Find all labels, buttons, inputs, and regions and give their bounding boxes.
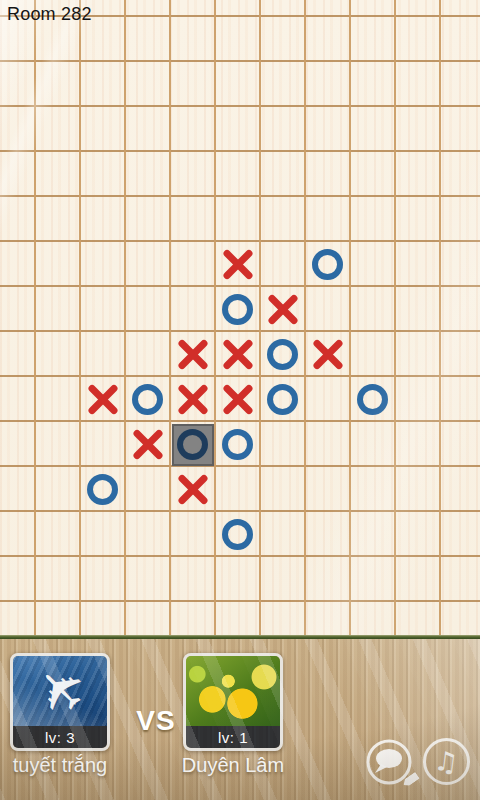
piece-x xyxy=(177,339,209,371)
piece-o xyxy=(177,429,208,460)
board-cell xyxy=(215,242,260,287)
board-cell xyxy=(215,377,260,422)
music-button[interactable]: ♫ xyxy=(423,738,470,785)
board-cell xyxy=(170,467,215,512)
board-cell xyxy=(170,332,215,377)
piece-x xyxy=(312,339,344,371)
piece-x xyxy=(132,429,164,461)
board-cell xyxy=(215,287,260,332)
piece-o xyxy=(132,384,163,415)
airplane-icon: ✈ xyxy=(22,656,97,726)
room-title: Room 282 xyxy=(7,4,92,25)
board-cell xyxy=(260,332,305,377)
board-cell xyxy=(215,332,260,377)
last-move-cell xyxy=(170,422,215,467)
board-cell xyxy=(260,377,305,422)
piece-o xyxy=(222,294,253,325)
player1-avatar[interactable]: ✈ lv: 3 xyxy=(10,653,110,751)
board-cell xyxy=(215,422,260,467)
piece-x xyxy=(267,294,299,326)
board-cell xyxy=(260,287,305,332)
players-panel: ✈ lv: 3 VS lv: 1 tuyết trắng Duyên Lâm ♫ xyxy=(0,639,480,800)
board-pieces-layer xyxy=(0,0,480,636)
board-cell xyxy=(170,377,215,422)
board-cell xyxy=(350,377,395,422)
player2-level-badge: lv: 1 xyxy=(186,726,280,748)
player1-avatar-photo: ✈ xyxy=(13,656,107,726)
piece-o xyxy=(267,384,298,415)
board-cell xyxy=(80,467,125,512)
game-screen: Room 282 ✈ lv: 3 VS lv: 1 tuyết trắng Du… xyxy=(0,0,480,800)
piece-o xyxy=(357,384,388,415)
board-cell xyxy=(80,377,125,422)
piece-o xyxy=(87,474,118,505)
board-cell xyxy=(125,377,170,422)
piece-o xyxy=(222,429,253,460)
piece-x xyxy=(87,384,119,416)
piece-x xyxy=(177,384,209,416)
piece-x xyxy=(177,474,209,506)
piece-x xyxy=(222,384,254,416)
player2-avatar[interactable]: lv: 1 xyxy=(183,653,283,751)
player1-name: tuyết trắng xyxy=(4,753,116,777)
game-board[interactable]: Room 282 xyxy=(0,0,480,636)
board-cell xyxy=(305,332,350,377)
music-note-icon: ♫ xyxy=(433,747,460,777)
board-cell xyxy=(215,512,260,557)
piece-o xyxy=(267,339,298,370)
board-cell xyxy=(305,242,350,287)
versus-label: VS xyxy=(126,705,186,737)
board-cell xyxy=(125,422,170,467)
piece-o xyxy=(312,249,343,280)
piece-o xyxy=(222,519,253,550)
player2-avatar-photo xyxy=(186,656,280,726)
piece-x xyxy=(222,339,254,371)
piece-x xyxy=(222,249,254,281)
music-circle: ♫ xyxy=(423,738,470,785)
player1-level-badge: lv: 3 xyxy=(13,726,107,748)
player2-name: Duyên Lâm xyxy=(176,753,290,777)
